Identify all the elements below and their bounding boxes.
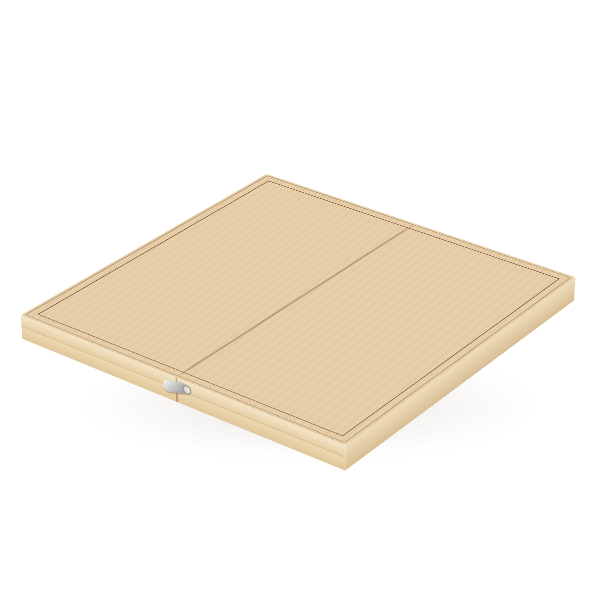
chess-set-photo [0, 0, 600, 600]
metal-clasp-icon [162, 380, 188, 395]
